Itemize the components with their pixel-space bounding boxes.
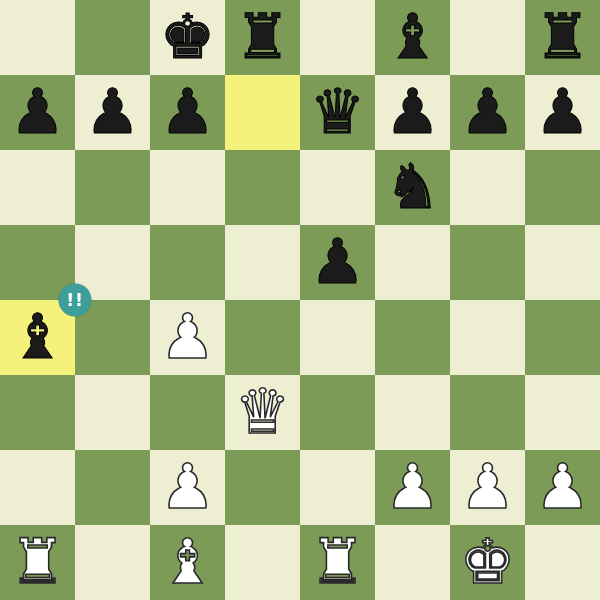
square-h2[interactable]: ♟ [525,450,600,525]
piece-black-pawn-f7[interactable]: ♟ [375,75,450,150]
square-h4[interactable] [525,300,600,375]
piece-black-pawn-h7[interactable]: ♟ [525,75,600,150]
square-c6[interactable] [150,150,225,225]
piece-white-pawn-f2[interactable]: ♟ [375,450,450,525]
square-d1[interactable] [225,525,300,600]
square-h3[interactable] [525,375,600,450]
square-d7[interactable] [225,75,300,150]
square-h1[interactable] [525,525,600,600]
square-e5[interactable]: ♟ [300,225,375,300]
square-f2[interactable]: ♟ [375,450,450,525]
square-g1[interactable]: ♚ [450,525,525,600]
square-c3[interactable] [150,375,225,450]
square-g5[interactable] [450,225,525,300]
square-c8[interactable]: ♚ [150,0,225,75]
piece-white-rook-a1[interactable]: ♜ [0,525,75,600]
square-d6[interactable] [225,150,300,225]
piece-black-rook-h8[interactable]: ♜ [525,0,600,75]
square-g4[interactable] [450,300,525,375]
piece-black-king-c8[interactable]: ♚ [150,0,225,75]
square-h6[interactable] [525,150,600,225]
square-g6[interactable] [450,150,525,225]
square-d5[interactable] [225,225,300,300]
piece-white-bishop-c1[interactable]: ♝ [150,525,225,600]
piece-white-rook-e1[interactable]: ♜ [300,525,375,600]
piece-white-pawn-g2[interactable]: ♟ [450,450,525,525]
square-b3[interactable] [75,375,150,450]
square-d8[interactable]: ♜ [225,0,300,75]
square-f7[interactable]: ♟ [375,75,450,150]
square-a6[interactable] [0,150,75,225]
square-d4[interactable] [225,300,300,375]
square-b8[interactable] [75,0,150,75]
square-b6[interactable] [75,150,150,225]
square-c1[interactable]: ♝ [150,525,225,600]
square-b1[interactable] [75,525,150,600]
piece-black-pawn-a7[interactable]: ♟ [0,75,75,150]
square-c5[interactable] [150,225,225,300]
square-f1[interactable] [375,525,450,600]
square-e6[interactable] [300,150,375,225]
square-a8[interactable] [0,0,75,75]
chess-board: ♚♜♝♜♟♟♟♛♟♟♟♞♟♝!!♟♛♟♟♟♟♜♝♜♚ [0,0,600,600]
square-f3[interactable] [375,375,450,450]
square-a7[interactable]: ♟ [0,75,75,150]
piece-black-pawn-b7[interactable]: ♟ [75,75,150,150]
square-g2[interactable]: ♟ [450,450,525,525]
square-c4[interactable]: ♟ [150,300,225,375]
square-d3[interactable]: ♛ [225,375,300,450]
square-f8[interactable]: ♝ [375,0,450,75]
piece-white-pawn-c2[interactable]: ♟ [150,450,225,525]
square-e1[interactable]: ♜ [300,525,375,600]
square-g8[interactable] [450,0,525,75]
square-f5[interactable] [375,225,450,300]
piece-white-pawn-c4[interactable]: ♟ [150,300,225,375]
piece-black-rook-d8[interactable]: ♜ [225,0,300,75]
square-f4[interactable] [375,300,450,375]
square-e2[interactable] [300,450,375,525]
piece-black-knight-f6[interactable]: ♞ [375,150,450,225]
square-e3[interactable] [300,375,375,450]
square-a3[interactable] [0,375,75,450]
square-e8[interactable] [300,0,375,75]
square-c2[interactable]: ♟ [150,450,225,525]
piece-black-queen-e7[interactable]: ♛ [300,75,375,150]
square-e7[interactable]: ♛ [300,75,375,150]
piece-white-pawn-h2[interactable]: ♟ [525,450,600,525]
square-g7[interactable]: ♟ [450,75,525,150]
piece-white-king-g1[interactable]: ♚ [450,525,525,600]
square-b2[interactable] [75,450,150,525]
square-a4[interactable]: ♝!! [0,300,75,375]
square-h5[interactable] [525,225,600,300]
piece-black-pawn-e5[interactable]: ♟ [300,225,375,300]
square-a2[interactable] [0,450,75,525]
square-h7[interactable]: ♟ [525,75,600,150]
square-a1[interactable]: ♜ [0,525,75,600]
square-d2[interactable] [225,450,300,525]
piece-white-queen-d3[interactable]: ♛ [225,375,300,450]
square-b7[interactable]: ♟ [75,75,150,150]
square-e4[interactable] [300,300,375,375]
piece-black-pawn-c7[interactable]: ♟ [150,75,225,150]
piece-black-bishop-f8[interactable]: ♝ [375,0,450,75]
square-g3[interactable] [450,375,525,450]
square-c7[interactable]: ♟ [150,75,225,150]
piece-black-pawn-g7[interactable]: ♟ [450,75,525,150]
square-f6[interactable]: ♞ [375,150,450,225]
square-h8[interactable]: ♜ [525,0,600,75]
brilliant-move-badge: !! [59,284,92,317]
